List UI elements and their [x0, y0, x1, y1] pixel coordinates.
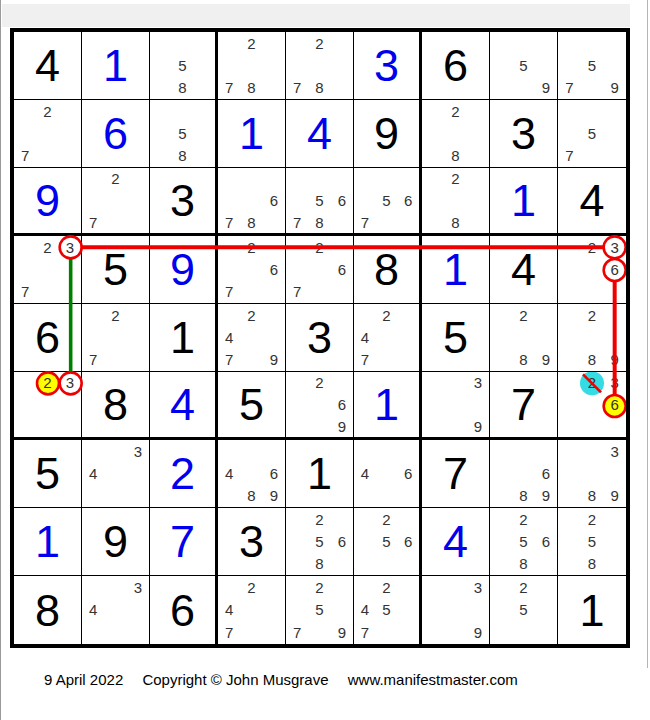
given-digit: 5 [239, 382, 264, 427]
pencil-marks: 28 [422, 168, 489, 233]
pencil-marks: 4689 [218, 440, 285, 507]
cell-r2c5[interactable]: 4 [286, 100, 354, 168]
pencil-marks: 236 [558, 372, 626, 437]
given-digit: 7 [443, 451, 468, 496]
cell-r6c6[interactable]: 1 [354, 372, 422, 440]
cell-r2c3[interactable]: 58 [150, 100, 218, 168]
cell-r1c1[interactable]: 4 [14, 32, 82, 100]
cell-r4c8[interactable]: 4 [490, 236, 558, 304]
cell-r9c3[interactable]: 6 [150, 576, 218, 644]
cell-r1c7[interactable]: 6 [422, 32, 490, 100]
given-digit: 4 [35, 43, 60, 88]
cell-r3c9[interactable]: 4 [558, 168, 626, 236]
cell-r4c4[interactable]: 267 [218, 236, 286, 304]
given-digit: 1 [170, 315, 195, 360]
cell-r3c5[interactable]: 5678 [286, 168, 354, 236]
pencil-marks: 58 [150, 32, 215, 99]
cell-r4c1[interactable]: 237 [14, 236, 82, 304]
given-digit: 3 [511, 111, 536, 156]
solved-digit: 9 [35, 178, 60, 223]
cell-r4c2[interactable]: 5 [82, 236, 150, 304]
cell-r8c9[interactable]: 258 [558, 508, 626, 576]
cell-r9c2[interactable]: 34 [82, 576, 150, 644]
pencil-marks: 46 [354, 440, 419, 507]
pencil-marks: 278 [286, 32, 353, 99]
footer: 9 April 2022 Copyright © John Musgrave w… [44, 671, 518, 688]
cell-r8c8[interactable]: 2568 [490, 508, 558, 576]
cell-r6c5[interactable]: 269 [286, 372, 354, 440]
pencil-marks: 2568 [490, 508, 557, 575]
footer-copyright: Copyright © John Musgrave [142, 671, 328, 688]
cell-r1c8[interactable]: 59 [490, 32, 558, 100]
pencil-marks: 247 [354, 304, 419, 371]
given-digit: 4 [579, 178, 604, 223]
pencil-marks: 34 [82, 440, 149, 507]
solved-digit: 4 [170, 382, 195, 427]
cell-r2c8[interactable]: 3 [490, 100, 558, 168]
window-edge-left [0, 0, 1, 720]
cell-r6c4[interactable]: 5 [218, 372, 286, 440]
given-digit: 1 [579, 588, 604, 633]
window-edge-right [647, 0, 648, 668]
cell-r7c5[interactable]: 1 [286, 440, 354, 508]
pencil-marks: 39 [422, 372, 489, 437]
cell-r1c6[interactable]: 3 [354, 32, 422, 100]
cell-r8c3[interactable]: 7 [150, 508, 218, 576]
cell-r8c1[interactable]: 1 [14, 508, 82, 576]
cell-r5c5[interactable]: 3 [286, 304, 354, 372]
cell-r5c6[interactable]: 247 [354, 304, 422, 372]
pencil-marks: 28 [422, 100, 489, 167]
cell-r3c3[interactable]: 3 [150, 168, 218, 236]
pencil-marks: 2568 [286, 508, 353, 575]
sudoku-cells: 4158278278365957927658149283579273678567… [14, 32, 626, 644]
given-digit: 6 [35, 315, 60, 360]
pencil-marks: 27 [82, 168, 149, 233]
window-chrome-strip [2, 4, 630, 27]
sudoku-board: 4158278278365957927658149283579273678567… [10, 28, 630, 648]
pencil-marks: 236 [558, 236, 626, 303]
cell-r9c5[interactable]: 2579 [286, 576, 354, 644]
cell-r3c4[interactable]: 678 [218, 168, 286, 236]
cell-r4c7[interactable]: 1 [422, 236, 490, 304]
pencil-marks: 59 [490, 32, 557, 99]
pencil-marks: 258 [558, 508, 626, 575]
pencil-marks: 23 [14, 372, 81, 437]
pencil-marks: 237 [14, 236, 81, 303]
given-digit: 6 [443, 43, 468, 88]
cell-r5c3[interactable]: 1 [150, 304, 218, 372]
cell-r1c9[interactable]: 579 [558, 32, 626, 100]
cell-r1c4[interactable]: 278 [218, 32, 286, 100]
cell-r3c2[interactable]: 27 [82, 168, 150, 236]
cell-r7c8[interactable]: 689 [490, 440, 558, 508]
cell-r9c6[interactable]: 2457 [354, 576, 422, 644]
cell-r9c9[interactable]: 1 [558, 576, 626, 644]
solved-digit: 2 [170, 451, 195, 496]
pencil-marks: 27 [82, 304, 149, 371]
pencil-marks: 39 [422, 576, 489, 644]
pencil-marks: 389 [558, 440, 626, 507]
cell-r5c1[interactable]: 6 [14, 304, 82, 372]
given-digit: 5 [103, 247, 128, 292]
given-digit: 8 [103, 382, 128, 427]
cell-r4c3[interactable]: 9 [150, 236, 218, 304]
cell-r4c6[interactable]: 8 [354, 236, 422, 304]
cell-r2c4[interactable]: 1 [218, 100, 286, 168]
pencil-marks: 289 [558, 304, 626, 371]
cell-r2c1[interactable]: 27 [14, 100, 82, 168]
pencil-marks: 57 [558, 100, 626, 167]
cell-r8c5[interactable]: 2568 [286, 508, 354, 576]
cell-r9c8[interactable]: 25 [490, 576, 558, 644]
pencil-marks: 256 [354, 508, 419, 575]
solved-digit: 4 [443, 519, 468, 564]
cell-r3c8[interactable]: 1 [490, 168, 558, 236]
solved-digit: 9 [170, 247, 195, 292]
pencil-marks: 579 [558, 32, 626, 99]
pencil-marks: 269 [286, 372, 353, 437]
pencil-marks: 289 [490, 304, 557, 371]
cell-r5c2[interactable]: 27 [82, 304, 150, 372]
given-digit: 9 [374, 111, 399, 156]
given-digit: 3 [307, 315, 332, 360]
cell-r2c9[interactable]: 57 [558, 100, 626, 168]
cell-r1c5[interactable]: 278 [286, 32, 354, 100]
given-digit: 9 [103, 519, 128, 564]
cell-r2c2[interactable]: 6 [82, 100, 150, 168]
pencil-marks: 678 [218, 168, 285, 233]
cell-r7c4[interactable]: 4689 [218, 440, 286, 508]
cell-r8c6[interactable]: 256 [354, 508, 422, 576]
solved-digit: 3 [374, 43, 399, 88]
cell-r5c9[interactable]: 289 [558, 304, 626, 372]
cell-r8c2[interactable]: 9 [82, 508, 150, 576]
cell-r5c8[interactable]: 289 [490, 304, 558, 372]
cell-r7c6[interactable]: 46 [354, 440, 422, 508]
given-digit: 8 [35, 588, 60, 633]
solved-digit: 1 [103, 43, 128, 88]
cell-r7c1[interactable]: 5 [14, 440, 82, 508]
solved-digit: 1 [239, 111, 264, 156]
solved-digit: 1 [35, 519, 60, 564]
cell-r6c9[interactable]: 236 [558, 372, 626, 440]
given-digit: 5 [35, 451, 60, 496]
cell-r9c7[interactable]: 39 [422, 576, 490, 644]
given-digit: 3 [239, 519, 264, 564]
pencil-marks: 25 [490, 576, 557, 644]
cell-r6c3[interactable]: 4 [150, 372, 218, 440]
solved-digit: 4 [307, 111, 332, 156]
pencil-marks: 27 [14, 100, 81, 167]
cell-r4c9[interactable]: 236 [558, 236, 626, 304]
cell-r5c4[interactable]: 2479 [218, 304, 286, 372]
pencil-marks: 689 [490, 440, 557, 507]
footer-date: 9 April 2022 [44, 671, 123, 688]
cell-r3c7[interactable]: 28 [422, 168, 490, 236]
solved-digit: 1 [443, 247, 468, 292]
given-digit: 5 [443, 315, 468, 360]
cell-r6c1[interactable]: 23 [14, 372, 82, 440]
solved-digit: 7 [170, 519, 195, 564]
cell-r7c3[interactable]: 2 [150, 440, 218, 508]
cell-r8c4[interactable]: 3 [218, 508, 286, 576]
footer-website: www.manifestmaster.com [348, 671, 518, 688]
solved-digit: 1 [511, 178, 536, 223]
cell-r8c7[interactable]: 4 [422, 508, 490, 576]
pencil-marks: 2457 [354, 576, 419, 644]
cell-r6c2[interactable]: 8 [82, 372, 150, 440]
given-digit: 8 [374, 247, 399, 292]
cell-r3c6[interactable]: 567 [354, 168, 422, 236]
pencil-marks: 2479 [218, 304, 285, 371]
solved-digit: 6 [103, 111, 128, 156]
pencil-marks: 267 [286, 236, 353, 303]
given-digit: 1 [307, 451, 332, 496]
pencil-marks: 278 [218, 32, 285, 99]
cell-r9c1[interactable]: 8 [14, 576, 82, 644]
cell-r2c6[interactable]: 9 [354, 100, 422, 168]
cell-r1c3[interactable]: 58 [150, 32, 218, 100]
given-digit: 6 [170, 588, 195, 633]
cell-r4c5[interactable]: 267 [286, 236, 354, 304]
solved-digit: 1 [374, 382, 399, 427]
given-digit: 7 [511, 382, 536, 427]
given-digit: 4 [511, 247, 536, 292]
cell-r7c7[interactable]: 7 [422, 440, 490, 508]
cell-r7c9[interactable]: 389 [558, 440, 626, 508]
cell-r6c8[interactable]: 7 [490, 372, 558, 440]
cell-r1c2[interactable]: 1 [82, 32, 150, 100]
cell-r9c4[interactable]: 247 [218, 576, 286, 644]
cell-r2c7[interactable]: 28 [422, 100, 490, 168]
pencil-marks: 247 [218, 576, 285, 644]
cell-r5c7[interactable]: 5 [422, 304, 490, 372]
cell-r6c7[interactable]: 39 [422, 372, 490, 440]
pencil-marks: 34 [82, 576, 149, 644]
pencil-marks: 2579 [286, 576, 353, 644]
cell-r3c1[interactable]: 9 [14, 168, 82, 236]
pencil-marks: 267 [218, 236, 285, 303]
pencil-marks: 58 [150, 100, 215, 167]
given-digit: 3 [170, 178, 195, 223]
pencil-marks: 5678 [286, 168, 353, 233]
cell-r7c2[interactable]: 34 [82, 440, 150, 508]
pencil-marks: 567 [354, 168, 419, 233]
